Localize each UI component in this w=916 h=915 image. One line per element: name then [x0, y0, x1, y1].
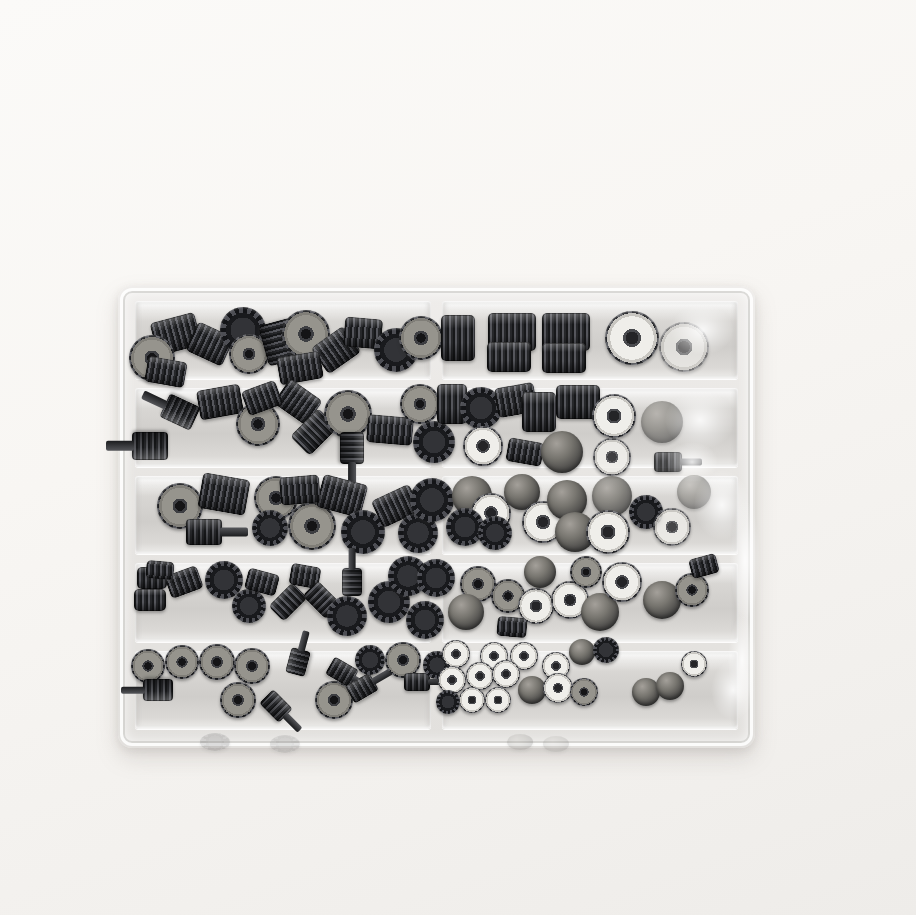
- product-photo: [0, 0, 916, 915]
- compartment-r3-c2: [442, 476, 738, 554]
- compartment-r4-c1: [135, 563, 431, 641]
- compartment-r2-c2: [442, 388, 738, 466]
- compartment-r1-c1: [135, 301, 431, 379]
- compartment-tray: [135, 301, 738, 729]
- compartment-r5-c2: [442, 651, 738, 729]
- compartment-r5-c1: [135, 651, 431, 729]
- compartment-r3-c1: [135, 476, 431, 554]
- compartment-r1-c2: [442, 301, 738, 379]
- plastic-organizer-box: [118, 286, 755, 748]
- compartment-r4-c2: [442, 563, 738, 641]
- compartment-r2-c1: [135, 388, 431, 466]
